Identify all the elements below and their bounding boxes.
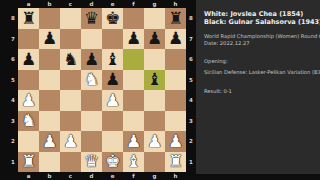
- square-g2[interactable]: ♟: [144, 131, 165, 152]
- square-e6[interactable]: ♝: [102, 49, 123, 70]
- rank-label-3: 3: [8, 111, 18, 132]
- square-c6[interactable]: ♞: [60, 49, 81, 70]
- white-pawn: ♟: [63, 132, 78, 149]
- square-e3[interactable]: [102, 111, 123, 132]
- square-b4[interactable]: [39, 90, 60, 111]
- square-b3[interactable]: [39, 111, 60, 132]
- square-d8[interactable]: ♛: [81, 8, 102, 29]
- black-king: ♚: [105, 9, 120, 26]
- file-label-e: e: [102, 0, 123, 8]
- rank-label-1: 1: [186, 152, 196, 173]
- event-label: World Rapid Championship (Women) Round 6…: [204, 33, 316, 40]
- white-queen: ♛: [84, 153, 99, 170]
- file-label-g: g: [144, 172, 165, 180]
- black-pawn: ♟: [84, 50, 99, 67]
- file-label-a: a: [18, 172, 39, 180]
- rank-label-3: 3: [186, 111, 196, 132]
- white-bishop: ♝: [126, 153, 141, 170]
- square-g7[interactable]: ♟: [144, 29, 165, 50]
- file-label-h: h: [165, 172, 186, 180]
- square-h8[interactable]: ♜: [165, 8, 186, 29]
- square-d4[interactable]: [81, 90, 102, 111]
- black-bishop: ♝: [147, 71, 162, 88]
- square-f7[interactable]: ♟: [123, 29, 144, 50]
- black-pawn: ♟: [105, 71, 120, 88]
- rank-label-5: 5: [8, 70, 18, 91]
- square-g8[interactable]: [144, 8, 165, 29]
- square-e1[interactable]: ♚: [102, 152, 123, 173]
- rank-labels-left: 87654321: [8, 8, 18, 172]
- date-label: Date: 2022.12.27: [204, 40, 316, 47]
- black-pawn: ♟: [126, 30, 141, 47]
- black-pawn: ♟: [42, 30, 57, 47]
- square-b5[interactable]: [39, 70, 60, 91]
- square-g4[interactable]: [144, 90, 165, 111]
- file-label-c: c: [60, 0, 81, 8]
- black-rook: ♜: [168, 9, 183, 26]
- square-h3[interactable]: [165, 111, 186, 132]
- rank-label-8: 8: [186, 8, 196, 29]
- square-e7[interactable]: [102, 29, 123, 50]
- square-a1[interactable]: ♜: [18, 152, 39, 173]
- opening-name: Sicilian Defense: Lasker-Pelikan Variati…: [204, 69, 316, 76]
- result-label: Result: 0-1: [204, 88, 316, 95]
- square-a2[interactable]: [18, 131, 39, 152]
- black-rook: ♜: [21, 9, 36, 26]
- square-a7[interactable]: [18, 29, 39, 50]
- square-a4[interactable]: ♟: [18, 90, 39, 111]
- square-d6[interactable]: ♟: [81, 49, 102, 70]
- file-label-a: a: [18, 0, 39, 8]
- black-pawn: ♟: [147, 30, 162, 47]
- rank-label-6: 6: [186, 49, 196, 70]
- white-knight: ♞: [84, 71, 99, 88]
- white-pawn: ♟: [42, 132, 57, 149]
- square-c3[interactable]: [60, 111, 81, 132]
- square-e2[interactable]: [102, 131, 123, 152]
- rank-label-2: 2: [8, 131, 18, 152]
- file-label-d: d: [81, 172, 102, 180]
- square-c2[interactable]: ♟: [60, 131, 81, 152]
- chess-board: ♜♛♚♜♟♟♟♟♟♞♟♝♞♟♝♟♟♞♟♟♟♟♟♜♛♚♝♜: [18, 8, 186, 172]
- video-frame: abcdefgh abcdefgh 87654321 87654321 ♜♛♚♜…: [0, 0, 320, 180]
- rank-label-4: 4: [186, 90, 196, 111]
- square-d7[interactable]: [81, 29, 102, 50]
- white-knight: ♞: [21, 112, 36, 129]
- rank-label-7: 7: [186, 29, 196, 50]
- square-g3[interactable]: [144, 111, 165, 132]
- square-g1[interactable]: [144, 152, 165, 173]
- square-f3[interactable]: [123, 111, 144, 132]
- info-panel: White: Jovslea Chea (1854) Black: Gulnar…: [196, 0, 320, 174]
- file-labels-top: abcdefgh: [18, 0, 186, 8]
- square-c4[interactable]: [60, 90, 81, 111]
- square-d1[interactable]: ♛: [81, 152, 102, 173]
- rank-label-7: 7: [8, 29, 18, 50]
- file-labels-bottom: abcdefgh: [18, 172, 186, 180]
- square-g5[interactable]: ♝: [144, 70, 165, 91]
- white-rook: ♜: [168, 153, 183, 170]
- rank-label-8: 8: [8, 8, 18, 29]
- file-label-c: c: [60, 172, 81, 180]
- square-d3[interactable]: [81, 111, 102, 132]
- file-label-h: h: [165, 0, 186, 8]
- file-label-e: e: [102, 172, 123, 180]
- square-c5[interactable]: [60, 70, 81, 91]
- square-a8[interactable]: ♜: [18, 8, 39, 29]
- square-h7[interactable]: ♟: [165, 29, 186, 50]
- file-label-g: g: [144, 0, 165, 8]
- rank-label-1: 1: [8, 152, 18, 173]
- square-c7[interactable]: [60, 29, 81, 50]
- square-b1[interactable]: [39, 152, 60, 173]
- square-h1[interactable]: ♜: [165, 152, 186, 173]
- square-h5[interactable]: [165, 70, 186, 91]
- rank-label-2: 2: [186, 131, 196, 152]
- white-pawn: ♟: [168, 132, 183, 149]
- square-d2[interactable]: [81, 131, 102, 152]
- file-label-b: b: [39, 172, 60, 180]
- square-e4[interactable]: ♟: [102, 90, 123, 111]
- file-label-f: f: [123, 172, 144, 180]
- square-h4[interactable]: [165, 90, 186, 111]
- white-pawn: ♟: [21, 91, 36, 108]
- rank-label-4: 4: [8, 90, 18, 111]
- white-pawn: ♟: [105, 91, 120, 108]
- white-player-label: White: Jovslea Chea (1854): [204, 10, 316, 18]
- square-a5[interactable]: [18, 70, 39, 91]
- rank-label-6: 6: [8, 49, 18, 70]
- rank-labels-right: 87654321: [186, 8, 196, 172]
- white-pawn: ♟: [126, 132, 141, 149]
- square-b7[interactable]: ♟: [39, 29, 60, 50]
- black-pawn: ♟: [21, 50, 36, 67]
- square-b2[interactable]: ♟: [39, 131, 60, 152]
- square-f4[interactable]: [123, 90, 144, 111]
- square-f6[interactable]: [123, 49, 144, 70]
- black-queen: ♛: [84, 9, 99, 26]
- white-rook: ♜: [21, 153, 36, 170]
- square-h2[interactable]: ♟: [165, 131, 186, 152]
- file-label-d: d: [81, 0, 102, 8]
- square-f8[interactable]: [123, 8, 144, 29]
- square-b8[interactable]: [39, 8, 60, 29]
- black-bishop: ♝: [105, 50, 120, 67]
- square-f2[interactable]: ♟: [123, 131, 144, 152]
- black-pawn: ♟: [168, 30, 183, 47]
- square-c8[interactable]: [60, 8, 81, 29]
- rank-label-5: 5: [186, 70, 196, 91]
- opening-heading: Opening:: [204, 58, 316, 65]
- white-king: ♚: [105, 153, 120, 170]
- square-a3[interactable]: ♞: [18, 111, 39, 132]
- square-d5[interactable]: ♞: [81, 70, 102, 91]
- square-a6[interactable]: ♟: [18, 49, 39, 70]
- square-e8[interactable]: ♚: [102, 8, 123, 29]
- file-label-f: f: [123, 0, 144, 8]
- square-f1[interactable]: ♝: [123, 152, 144, 173]
- black-player-label: Black: Gulnar Salahsorva (1943): [204, 18, 316, 26]
- square-h6[interactable]: [165, 49, 186, 70]
- file-label-b: b: [39, 0, 60, 8]
- square-e5[interactable]: ♟: [102, 70, 123, 91]
- white-pawn: ♟: [147, 132, 162, 149]
- square-f5[interactable]: [123, 70, 144, 91]
- black-knight: ♞: [63, 50, 78, 67]
- square-g6[interactable]: [144, 49, 165, 70]
- square-c1[interactable]: [60, 152, 81, 173]
- square-b6[interactable]: [39, 49, 60, 70]
